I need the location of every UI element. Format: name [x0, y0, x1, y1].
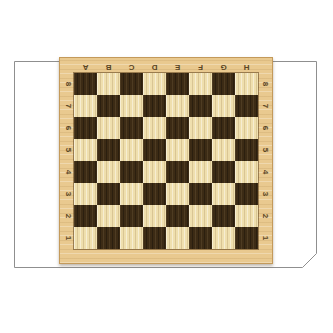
rank-labels-left: 87654321: [61, 73, 74, 249]
file-label-h: H: [235, 60, 258, 72]
square-g5[interactable]: [212, 139, 235, 161]
square-g4[interactable]: [212, 161, 235, 183]
square-b6[interactable]: [97, 117, 120, 139]
product-photo-canvas: ABCDEFGH 87654321 87654321: [0, 0, 333, 333]
square-e1[interactable]: [166, 227, 189, 249]
rank-labels-right: 87654321: [258, 73, 271, 249]
square-g1[interactable]: [212, 227, 235, 249]
square-b8[interactable]: [97, 73, 120, 95]
file-label-f: F: [189, 60, 212, 72]
square-h1[interactable]: [235, 227, 258, 249]
square-h8[interactable]: [235, 73, 258, 95]
square-b7[interactable]: [97, 95, 120, 117]
square-a5[interactable]: [74, 139, 97, 161]
chess-board: ABCDEFGH 87654321 87654321: [59, 57, 273, 264]
square-f4[interactable]: [189, 161, 212, 183]
square-c3[interactable]: [120, 183, 143, 205]
square-e5[interactable]: [166, 139, 189, 161]
square-d2[interactable]: [143, 205, 166, 227]
square-d7[interactable]: [143, 95, 166, 117]
square-c4[interactable]: [120, 161, 143, 183]
square-g7[interactable]: [212, 95, 235, 117]
square-f5[interactable]: [189, 139, 212, 161]
file-label-d: D: [143, 60, 166, 72]
square-c7[interactable]: [120, 95, 143, 117]
square-b3[interactable]: [97, 183, 120, 205]
square-e6[interactable]: [166, 117, 189, 139]
square-h5[interactable]: [235, 139, 258, 161]
square-g2[interactable]: [212, 205, 235, 227]
square-d4[interactable]: [143, 161, 166, 183]
board-grid: [74, 73, 258, 249]
square-c6[interactable]: [120, 117, 143, 139]
square-a2[interactable]: [74, 205, 97, 227]
square-d5[interactable]: [143, 139, 166, 161]
square-b5[interactable]: [97, 139, 120, 161]
square-g3[interactable]: [212, 183, 235, 205]
square-h3[interactable]: [235, 183, 258, 205]
square-f6[interactable]: [189, 117, 212, 139]
file-label-c: C: [120, 60, 143, 72]
square-g8[interactable]: [212, 73, 235, 95]
square-a1[interactable]: [74, 227, 97, 249]
square-d3[interactable]: [143, 183, 166, 205]
square-a4[interactable]: [74, 161, 97, 183]
square-f2[interactable]: [189, 205, 212, 227]
square-h7[interactable]: [235, 95, 258, 117]
square-b4[interactable]: [97, 161, 120, 183]
square-f8[interactable]: [189, 73, 212, 95]
square-d8[interactable]: [143, 73, 166, 95]
square-a6[interactable]: [74, 117, 97, 139]
square-e4[interactable]: [166, 161, 189, 183]
square-h4[interactable]: [235, 161, 258, 183]
file-label-b: B: [97, 60, 120, 72]
square-d1[interactable]: [143, 227, 166, 249]
square-h2[interactable]: [235, 205, 258, 227]
square-c2[interactable]: [120, 205, 143, 227]
square-b2[interactable]: [97, 205, 120, 227]
square-h6[interactable]: [235, 117, 258, 139]
square-e8[interactable]: [166, 73, 189, 95]
square-c1[interactable]: [120, 227, 143, 249]
square-b1[interactable]: [97, 227, 120, 249]
file-label-g: G: [212, 60, 235, 72]
square-f1[interactable]: [189, 227, 212, 249]
square-a3[interactable]: [74, 183, 97, 205]
square-d6[interactable]: [143, 117, 166, 139]
square-a8[interactable]: [74, 73, 97, 95]
square-e7[interactable]: [166, 95, 189, 117]
square-c8[interactable]: [120, 73, 143, 95]
square-e2[interactable]: [166, 205, 189, 227]
file-label-e: E: [166, 60, 189, 72]
square-g6[interactable]: [212, 117, 235, 139]
square-a7[interactable]: [74, 95, 97, 117]
file-label-a: A: [74, 60, 97, 72]
square-e3[interactable]: [166, 183, 189, 205]
square-c5[interactable]: [120, 139, 143, 161]
square-f7[interactable]: [189, 95, 212, 117]
file-labels-top: ABCDEFGH: [74, 60, 258, 72]
square-f3[interactable]: [189, 183, 212, 205]
